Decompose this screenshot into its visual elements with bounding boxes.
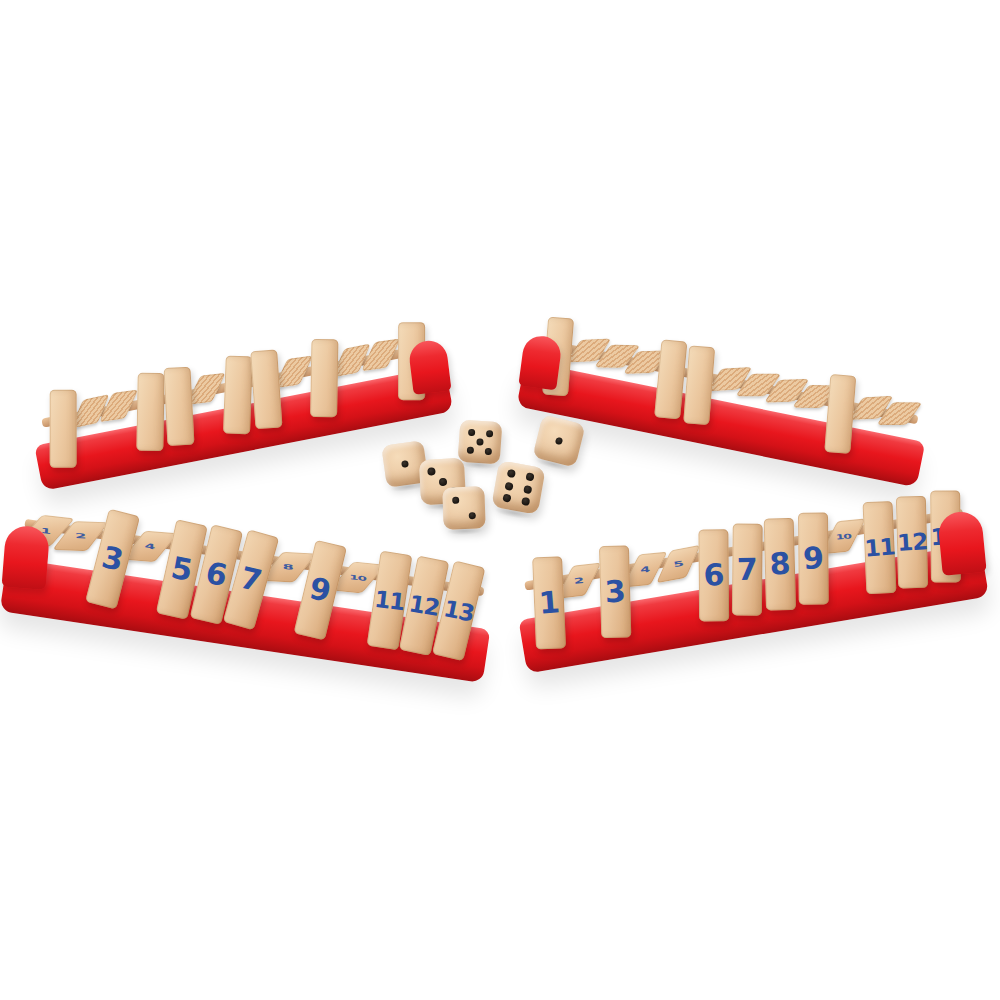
rack-end-cap (518, 334, 562, 391)
die-pip (427, 467, 435, 475)
tile-slot-6[interactable] (683, 345, 715, 425)
die-5-showing-6[interactable] (491, 460, 545, 514)
die-pip (505, 481, 514, 490)
die-pip (523, 484, 532, 493)
tile-8[interactable]: 8 (764, 518, 797, 611)
tile-number: 8 (271, 558, 306, 576)
die-pip (438, 477, 446, 485)
tile-number: 4 (133, 537, 167, 556)
die-pip (507, 469, 516, 478)
tile-number: 6 (697, 529, 731, 622)
die-pip (452, 496, 459, 503)
die-pip (525, 472, 534, 481)
tile-number: 10 (341, 568, 375, 587)
die-pip (401, 460, 409, 468)
tile-12[interactable]: 12 (896, 496, 929, 589)
tile-7[interactable]: 7 (732, 524, 763, 616)
rack-end-cap (408, 339, 452, 395)
tile-number: 2 (63, 528, 99, 545)
tile-number: 5 (662, 554, 696, 573)
die-pip (468, 428, 475, 435)
tile-number: 11 (861, 501, 899, 595)
tile-number: 3 (597, 545, 633, 639)
tile-number: 9 (796, 512, 830, 605)
die-6-showing-2[interactable] (442, 486, 485, 529)
tile-slot-10[interactable] (311, 339, 339, 417)
tile-5[interactable]: 5 (656, 545, 701, 583)
die-2-showing-5[interactable] (458, 420, 503, 465)
tile-number: 7 (731, 523, 764, 616)
tile-11[interactable]: 11 (862, 501, 896, 594)
die-pip (466, 447, 473, 454)
tile-slot-7[interactable] (223, 356, 252, 435)
tile-number: 10 (828, 528, 859, 546)
die-3-showing-1[interactable] (532, 414, 585, 467)
tile-9[interactable]: 9 (798, 513, 829, 605)
tile-number: 2 (564, 572, 595, 590)
rack-end-cap (937, 510, 987, 576)
die-pip (486, 430, 493, 437)
tile-number: 4 (630, 561, 661, 579)
tile-number: 8 (762, 517, 798, 611)
tile-slot-5[interactable] (654, 339, 687, 419)
die-pip (555, 437, 563, 445)
tile-1[interactable]: 1 (532, 556, 566, 649)
tile-slot-6[interactable] (186, 373, 225, 405)
tile-6[interactable]: 6 (699, 529, 730, 621)
tile-number: 12 (894, 495, 930, 589)
rack-end-cap (2, 525, 51, 590)
die-pip (469, 512, 476, 519)
tile-slot-9[interactable] (274, 356, 313, 389)
die-pip (521, 497, 530, 506)
tile-number: 1 (530, 556, 568, 650)
die-pip (485, 448, 492, 455)
tile-slot-8[interactable] (250, 349, 282, 429)
die-pip (502, 493, 511, 502)
tile-slot-4[interactable] (136, 373, 164, 451)
tile-3[interactable]: 3 (599, 545, 632, 638)
tile-slot-5[interactable] (164, 367, 195, 446)
die-pip (476, 438, 483, 445)
shut-the-box-photo: 12345678910111213 12345678910111213 (0, 0, 1000, 1000)
